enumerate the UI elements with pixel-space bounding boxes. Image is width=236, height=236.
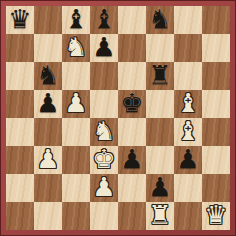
square-b5[interactable]: ♟ (34, 90, 62, 118)
piece-black-pawn[interactable]: ♟ (148, 173, 171, 201)
square-a4[interactable] (6, 118, 34, 146)
square-g2[interactable] (174, 174, 202, 202)
square-d5[interactable] (90, 90, 118, 118)
square-g1[interactable] (174, 202, 202, 230)
piece-white-pawn[interactable]: ♟ (36, 145, 59, 173)
square-g4[interactable]: ♝ (174, 118, 202, 146)
square-b7[interactable] (34, 34, 62, 62)
square-e7[interactable] (118, 34, 146, 62)
piece-black-pawn[interactable]: ♟ (92, 33, 115, 61)
piece-white-pawn[interactable]: ♟ (64, 89, 87, 117)
square-a1[interactable] (6, 202, 34, 230)
piece-white-pawn[interactable]: ♟ (92, 173, 115, 201)
square-c8[interactable]: ♝ (62, 6, 90, 34)
square-c7[interactable]: ♞ (62, 34, 90, 62)
square-f6[interactable]: ♜ (146, 62, 174, 90)
square-h4[interactable] (202, 118, 230, 146)
square-e2[interactable] (118, 174, 146, 202)
square-a3[interactable] (6, 146, 34, 174)
square-a2[interactable] (6, 174, 34, 202)
piece-black-bishop[interactable]: ♝ (64, 5, 87, 33)
piece-black-rook[interactable]: ♜ (148, 61, 171, 89)
board-frame: ♛♝♝♞♞♟♞♜♟♟♚♝♞♝♟♚♟♟♟♟♜♛ (0, 0, 236, 236)
square-e5[interactable]: ♚ (118, 90, 146, 118)
square-a8[interactable]: ♛ (6, 6, 34, 34)
piece-white-queen[interactable]: ♛ (204, 201, 227, 229)
square-d4[interactable]: ♞ (90, 118, 118, 146)
piece-black-knight[interactable]: ♞ (36, 61, 59, 89)
square-g8[interactable] (174, 6, 202, 34)
square-a7[interactable] (6, 34, 34, 62)
square-e4[interactable] (118, 118, 146, 146)
square-f3[interactable] (146, 146, 174, 174)
square-d7[interactable]: ♟ (90, 34, 118, 62)
piece-white-bishop[interactable]: ♝ (176, 89, 199, 117)
square-h8[interactable] (202, 6, 230, 34)
square-g3[interactable]: ♟ (174, 146, 202, 174)
piece-black-pawn[interactable]: ♟ (176, 145, 199, 173)
square-f7[interactable] (146, 34, 174, 62)
square-g7[interactable] (174, 34, 202, 62)
piece-white-rook[interactable]: ♜ (148, 201, 171, 229)
square-h6[interactable] (202, 62, 230, 90)
square-c5[interactable]: ♟ (62, 90, 90, 118)
square-b3[interactable]: ♟ (34, 146, 62, 174)
square-e3[interactable]: ♟ (118, 146, 146, 174)
piece-white-bishop[interactable]: ♝ (176, 117, 199, 145)
piece-black-king[interactable]: ♚ (120, 89, 143, 117)
piece-white-king[interactable]: ♚ (92, 145, 115, 173)
square-b6[interactable]: ♞ (34, 62, 62, 90)
square-h7[interactable] (202, 34, 230, 62)
square-c1[interactable] (62, 202, 90, 230)
square-f8[interactable]: ♞ (146, 6, 174, 34)
piece-black-pawn[interactable]: ♟ (120, 145, 143, 173)
square-c4[interactable] (62, 118, 90, 146)
chess-board: ♛♝♝♞♞♟♞♜♟♟♚♝♞♝♟♚♟♟♟♟♜♛ (6, 6, 230, 230)
square-h3[interactable] (202, 146, 230, 174)
square-f5[interactable] (146, 90, 174, 118)
square-b1[interactable] (34, 202, 62, 230)
square-h5[interactable] (202, 90, 230, 118)
square-d6[interactable] (90, 62, 118, 90)
piece-white-knight[interactable]: ♞ (92, 117, 115, 145)
square-g6[interactable] (174, 62, 202, 90)
square-f4[interactable] (146, 118, 174, 146)
square-d8[interactable]: ♝ (90, 6, 118, 34)
square-e6[interactable] (118, 62, 146, 90)
piece-black-bishop[interactable]: ♝ (92, 5, 115, 33)
square-c2[interactable] (62, 174, 90, 202)
square-b2[interactable] (34, 174, 62, 202)
square-h2[interactable] (202, 174, 230, 202)
piece-white-knight[interactable]: ♞ (64, 33, 87, 61)
square-h1[interactable]: ♛ (202, 202, 230, 230)
square-e1[interactable] (118, 202, 146, 230)
square-c6[interactable] (62, 62, 90, 90)
square-a6[interactable] (6, 62, 34, 90)
square-g5[interactable]: ♝ (174, 90, 202, 118)
square-a5[interactable] (6, 90, 34, 118)
piece-black-queen[interactable]: ♛ (8, 5, 31, 33)
square-b4[interactable] (34, 118, 62, 146)
square-b8[interactable] (34, 6, 62, 34)
square-d1[interactable] (90, 202, 118, 230)
square-f2[interactable]: ♟ (146, 174, 174, 202)
piece-black-knight[interactable]: ♞ (148, 5, 171, 33)
piece-black-pawn[interactable]: ♟ (36, 89, 59, 117)
square-e8[interactable] (118, 6, 146, 34)
square-f1[interactable]: ♜ (146, 202, 174, 230)
square-c3[interactable] (62, 146, 90, 174)
square-d2[interactable]: ♟ (90, 174, 118, 202)
square-d3[interactable]: ♚ (90, 146, 118, 174)
